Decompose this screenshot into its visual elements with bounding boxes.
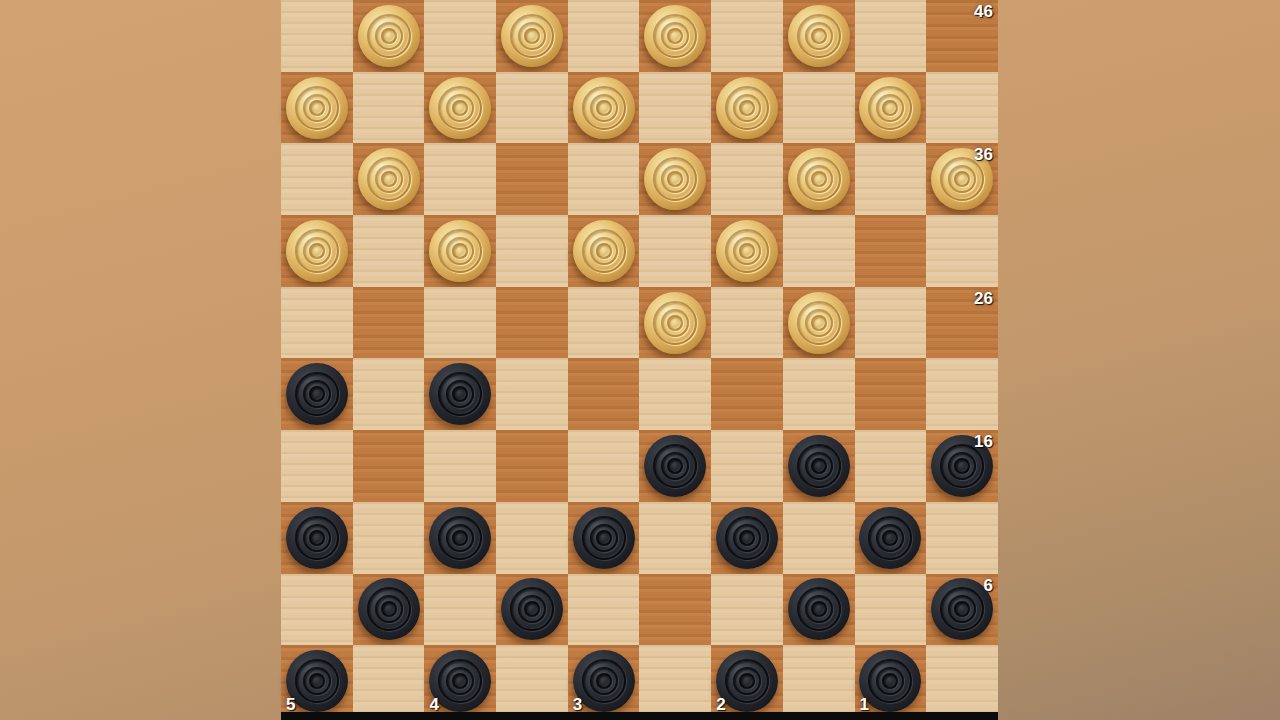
square-10[interactable]	[353, 574, 425, 646]
square-7[interactable]	[783, 574, 855, 646]
piece-ring	[452, 100, 468, 116]
square-36[interactable]: 36	[926, 143, 998, 215]
black-man-9[interactable]	[501, 578, 563, 640]
light-square	[496, 645, 568, 717]
light-square	[783, 358, 855, 430]
square-37[interactable]	[783, 143, 855, 215]
piece-ring	[309, 530, 325, 546]
square-31[interactable]	[855, 215, 927, 287]
white-man-45[interactable]	[286, 77, 348, 139]
piece-ring	[667, 315, 683, 331]
square-1[interactable]: 1	[855, 645, 927, 717]
black-man-14[interactable]	[429, 507, 491, 569]
square-21[interactable]	[855, 358, 927, 430]
light-square	[783, 215, 855, 287]
light-square	[281, 287, 353, 359]
light-square	[424, 287, 496, 359]
piece-ring	[381, 171, 397, 187]
square-18[interactable]	[639, 430, 711, 502]
light-square	[568, 287, 640, 359]
piece-ring	[309, 100, 325, 116]
black-man-5[interactable]	[286, 650, 348, 712]
light-square	[855, 0, 927, 72]
light-square	[568, 143, 640, 215]
piece-ring	[596, 243, 612, 259]
light-square	[711, 143, 783, 215]
light-square	[496, 215, 568, 287]
white-man-42[interactable]	[716, 77, 778, 139]
white-man-47[interactable]	[788, 5, 850, 67]
light-square	[639, 72, 711, 144]
light-square	[783, 502, 855, 574]
light-square	[568, 574, 640, 646]
light-square	[281, 143, 353, 215]
light-square	[783, 72, 855, 144]
square-47[interactable]	[783, 0, 855, 72]
square-19[interactable]	[496, 430, 568, 502]
light-square	[424, 0, 496, 72]
white-man-36[interactable]	[931, 148, 993, 210]
light-square	[926, 72, 998, 144]
black-man-16[interactable]	[931, 435, 993, 497]
light-square	[711, 574, 783, 646]
piece-ring	[309, 243, 325, 259]
square-26[interactable]: 26	[926, 287, 998, 359]
black-man-13[interactable]	[573, 507, 635, 569]
light-square	[353, 358, 425, 430]
light-square	[783, 645, 855, 717]
white-man-41[interactable]	[859, 77, 921, 139]
square-12[interactable]	[711, 502, 783, 574]
light-square	[926, 645, 998, 717]
piece-ring	[811, 458, 827, 474]
light-square	[353, 215, 425, 287]
square-35[interactable]	[281, 215, 353, 287]
piece-ring	[739, 530, 755, 546]
piece-ring	[882, 100, 898, 116]
light-square	[926, 502, 998, 574]
square-15[interactable]	[281, 502, 353, 574]
square-50[interactable]	[353, 0, 425, 72]
piece-ring	[596, 673, 612, 689]
square-5[interactable]: 5	[281, 645, 353, 717]
black-man-7[interactable]	[788, 578, 850, 640]
square-9[interactable]	[496, 574, 568, 646]
square-38[interactable]	[639, 143, 711, 215]
piece-ring	[596, 530, 612, 546]
white-man-49[interactable]	[501, 5, 563, 67]
light-square	[855, 430, 927, 502]
square-41[interactable]	[855, 72, 927, 144]
light-square	[711, 0, 783, 72]
light-square	[353, 645, 425, 717]
light-square	[353, 72, 425, 144]
black-man-18[interactable]	[644, 435, 706, 497]
light-square	[639, 502, 711, 574]
square-28[interactable]	[639, 287, 711, 359]
light-square	[424, 430, 496, 502]
light-square	[926, 358, 998, 430]
white-man-28[interactable]	[644, 292, 706, 354]
white-man-27[interactable]	[788, 292, 850, 354]
light-square	[926, 215, 998, 287]
black-man-15[interactable]	[286, 507, 348, 569]
light-square	[496, 502, 568, 574]
black-man-3[interactable]	[573, 650, 635, 712]
board: 46362616654321	[281, 0, 998, 717]
light-square	[711, 430, 783, 502]
square-16[interactable]: 16	[926, 430, 998, 502]
square-6[interactable]: 6	[926, 574, 998, 646]
black-man-1[interactable]	[859, 650, 921, 712]
black-man-2[interactable]	[716, 650, 778, 712]
square-44[interactable]	[424, 72, 496, 144]
black-man-10[interactable]	[358, 578, 420, 640]
black-man-24[interactable]	[429, 363, 491, 425]
square-45[interactable]	[281, 72, 353, 144]
light-square	[424, 574, 496, 646]
black-man-4[interactable]	[429, 650, 491, 712]
light-square	[281, 574, 353, 646]
light-square	[855, 287, 927, 359]
square-32[interactable]	[711, 215, 783, 287]
white-man-33[interactable]	[573, 220, 635, 282]
light-square	[855, 143, 927, 215]
square-2[interactable]: 2	[711, 645, 783, 717]
black-man-12[interactable]	[716, 507, 778, 569]
blurred-background: 46362616654321	[0, 0, 1280, 720]
square-25[interactable]	[281, 358, 353, 430]
square-43[interactable]	[568, 72, 640, 144]
square-4[interactable]: 4	[424, 645, 496, 717]
piece-ring	[381, 601, 397, 617]
light-square	[496, 72, 568, 144]
square-34[interactable]	[424, 215, 496, 287]
piece-ring	[309, 673, 325, 689]
light-square	[568, 430, 640, 502]
white-man-50[interactable]	[358, 5, 420, 67]
square-8[interactable]	[639, 574, 711, 646]
light-square	[855, 574, 927, 646]
white-man-34[interactable]	[429, 220, 491, 282]
square-48[interactable]	[639, 0, 711, 72]
piece-ring	[739, 243, 755, 259]
square-40[interactable]	[353, 143, 425, 215]
square-46[interactable]: 46	[926, 0, 998, 72]
white-man-48[interactable]	[644, 5, 706, 67]
white-man-32[interactable]	[716, 220, 778, 282]
square-3[interactable]: 3	[568, 645, 640, 717]
piece-ring	[811, 171, 827, 187]
square-number-label: 46	[974, 3, 993, 20]
square-29[interactable]	[496, 287, 568, 359]
piece-ring	[381, 28, 397, 44]
square-13[interactable]	[568, 502, 640, 574]
piece-ring	[811, 315, 827, 331]
square-30[interactable]	[353, 287, 425, 359]
square-number-label: 26	[974, 290, 993, 307]
white-man-38[interactable]	[644, 148, 706, 210]
light-square	[639, 358, 711, 430]
piece-ring	[739, 100, 755, 116]
piece-ring	[811, 28, 827, 44]
piece-ring	[452, 530, 468, 546]
light-square	[281, 0, 353, 72]
white-man-40[interactable]	[358, 148, 420, 210]
white-man-37[interactable]	[788, 148, 850, 210]
square-39[interactable]	[496, 143, 568, 215]
light-square	[639, 215, 711, 287]
light-square	[639, 645, 711, 717]
square-23[interactable]	[568, 358, 640, 430]
light-square	[496, 358, 568, 430]
square-11[interactable]	[855, 502, 927, 574]
white-man-43[interactable]	[573, 77, 635, 139]
light-square	[281, 430, 353, 502]
light-square	[353, 502, 425, 574]
square-33[interactable]	[568, 215, 640, 287]
square-27[interactable]	[783, 287, 855, 359]
square-42[interactable]	[711, 72, 783, 144]
letterbox-bar	[281, 712, 998, 720]
square-49[interactable]	[496, 0, 568, 72]
black-man-11[interactable]	[859, 507, 921, 569]
white-man-44[interactable]	[429, 77, 491, 139]
square-14[interactable]	[424, 502, 496, 574]
black-man-25[interactable]	[286, 363, 348, 425]
square-17[interactable]	[783, 430, 855, 502]
square-20[interactable]	[353, 430, 425, 502]
piece-ring	[596, 100, 612, 116]
light-square	[711, 287, 783, 359]
light-square	[568, 0, 640, 72]
square-22[interactable]	[711, 358, 783, 430]
square-24[interactable]	[424, 358, 496, 430]
piece-ring	[524, 28, 540, 44]
light-square	[424, 143, 496, 215]
black-man-17[interactable]	[788, 435, 850, 497]
white-man-35[interactable]	[286, 220, 348, 282]
black-man-6[interactable]	[931, 578, 993, 640]
